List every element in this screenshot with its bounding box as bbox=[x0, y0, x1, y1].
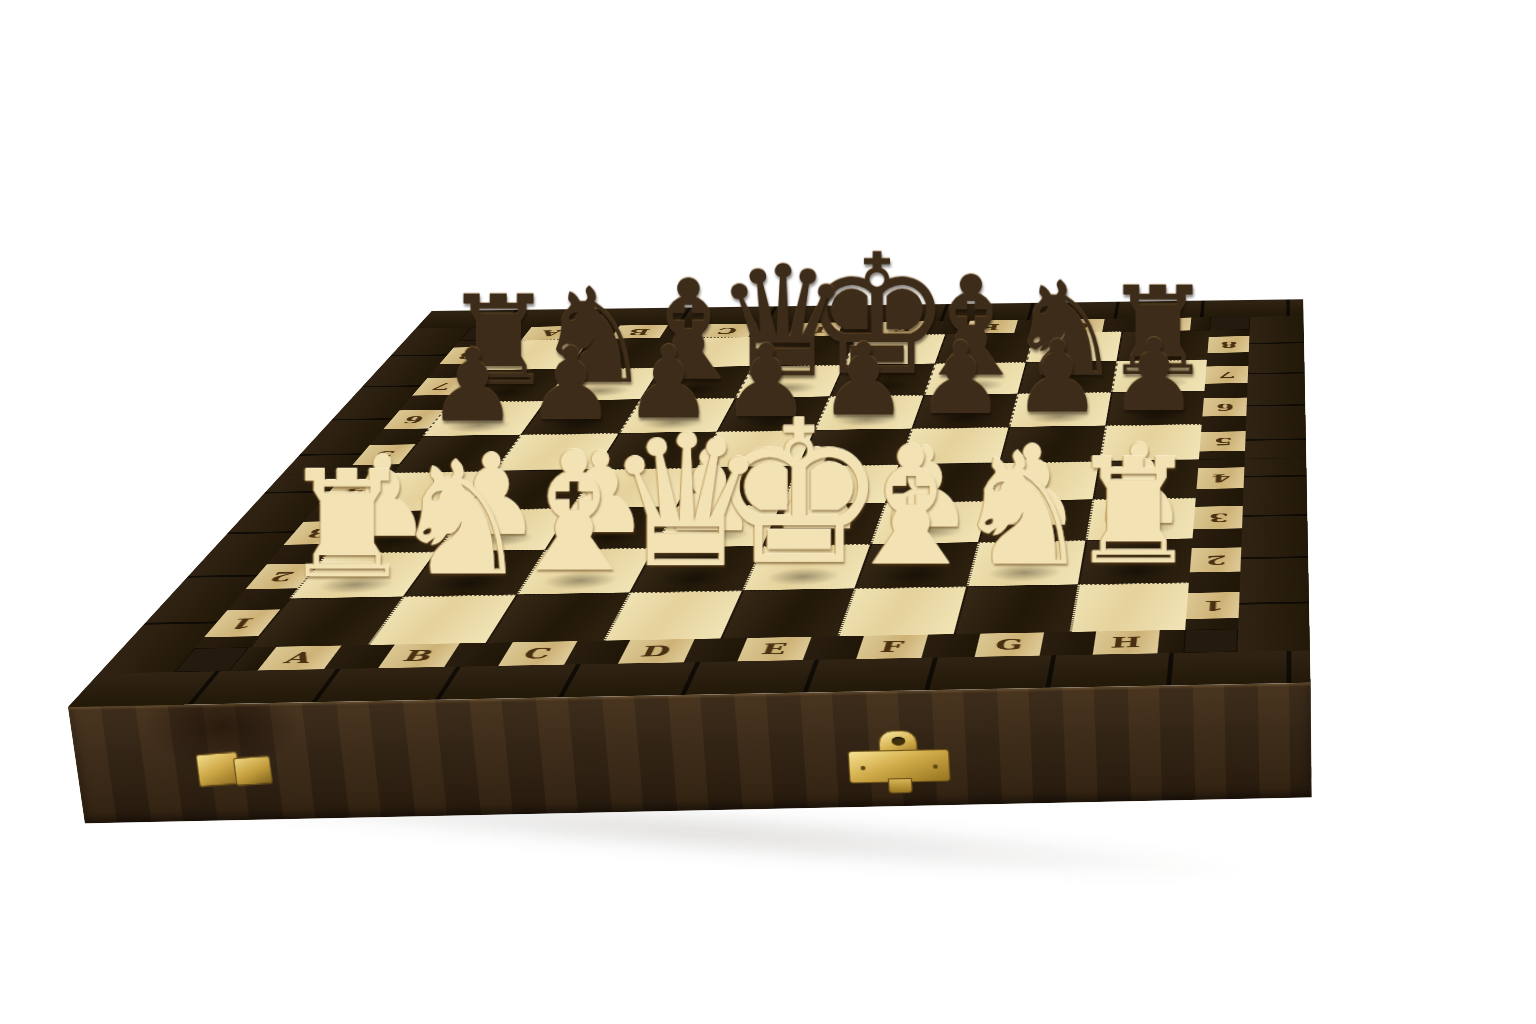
latch-plate bbox=[232, 756, 272, 787]
brass-hasp-icon bbox=[847, 736, 951, 794]
file-label-e: E bbox=[893, 324, 914, 332]
file-label-d: D bbox=[804, 325, 828, 333]
file-label-f: F bbox=[982, 323, 1001, 331]
rank-label-6: 6 bbox=[1216, 402, 1234, 411]
rank-label-8: 8 bbox=[1220, 340, 1237, 348]
box-front-face bbox=[68, 683, 1312, 824]
brass-latch-icon bbox=[194, 750, 280, 791]
pieces-layer: ♜♞♝♛♚♝♞♜♟♟♟♟♟♟♟♟♟♟♟♟♟♟♟♟♜♞♝♛♚♝♞♜ bbox=[68, 299, 1311, 707]
scene: ABCDEFGH ABCDEFGH 87654321 87654321 ♜♞♝♛… bbox=[0, 0, 1536, 1024]
hasp-hole bbox=[891, 737, 905, 746]
file-label-h: H bbox=[1155, 320, 1178, 328]
white-rook-glyph: ♜ bbox=[224, 455, 470, 595]
hasp-tongue bbox=[888, 778, 913, 794]
white-rook[interactable]: ♜ bbox=[289, 552, 435, 599]
rank-label-7: 7 bbox=[1218, 370, 1236, 379]
file-label-g: G bbox=[1068, 322, 1090, 330]
chess-board: ABCDEFGH ABCDEFGH 87654321 87654321 ♜♞♝♛… bbox=[68, 299, 1311, 707]
